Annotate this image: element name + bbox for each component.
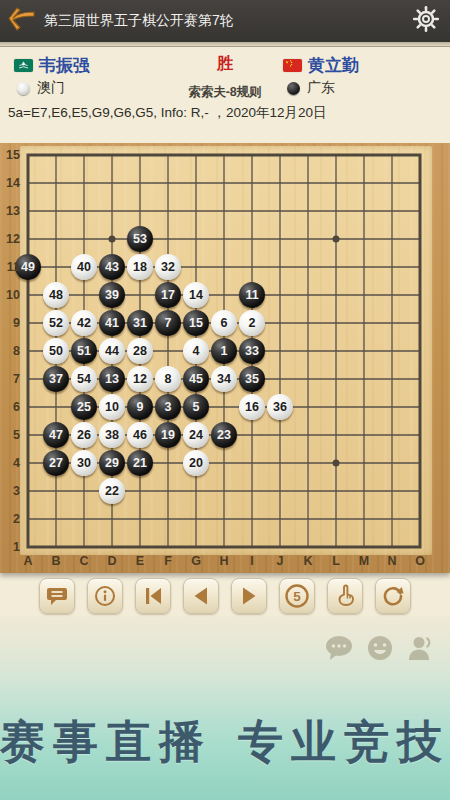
stone-black: 11 (239, 282, 265, 308)
board-intersection[interactable]: 24 (182, 421, 210, 449)
board-intersection[interactable]: 47 (42, 421, 70, 449)
stone-white: 18 (127, 254, 153, 280)
board-intersection[interactable] (210, 253, 238, 281)
board-intersection[interactable] (154, 197, 182, 225)
board-intersection[interactable]: 38 (98, 421, 126, 449)
board-intersection[interactable] (294, 449, 322, 477)
game-info-line: 5a=E7,E6,E5,G9,G6,G5, Info: R,- ，2020年12… (8, 104, 448, 122)
board-intersection[interactable]: 44 (98, 337, 126, 365)
board-intersection[interactable] (210, 225, 238, 253)
board-intersection[interactable]: 28 (126, 337, 154, 365)
rule-label: 索索夫-8规则 (0, 84, 450, 101)
comment-button[interactable] (39, 578, 75, 614)
col-label: M (350, 550, 378, 572)
stone-white: 32 (155, 254, 181, 280)
stone-black: 47 (43, 422, 69, 448)
player-right: 黄立勤 (283, 54, 359, 77)
board-intersection[interactable] (350, 337, 378, 365)
row-label: 11 (0, 253, 20, 281)
board-intersection[interactable] (378, 225, 406, 253)
board-intersection[interactable]: 41 (98, 309, 126, 337)
banner-text: 赛事直播专业竞技 (0, 712, 450, 772)
board-intersection[interactable] (182, 141, 210, 169)
board-intersection[interactable] (238, 141, 266, 169)
board-intersection[interactable] (42, 169, 70, 197)
board-intersection[interactable] (406, 169, 434, 197)
board-intersection[interactable] (378, 393, 406, 421)
col-label: I (238, 550, 266, 572)
stone-black: 7 (155, 310, 181, 336)
board-intersection[interactable]: 20 (182, 449, 210, 477)
board-intersection[interactable] (266, 477, 294, 505)
stone-black: 19 (155, 422, 181, 448)
board-intersection[interactable]: 36 (266, 393, 294, 421)
board-intersection[interactable] (350, 505, 378, 533)
stone-black: 1 (211, 338, 237, 364)
board-intersection[interactable]: 46 (126, 421, 154, 449)
board-intersection[interactable]: 50 (42, 337, 70, 365)
stone-black: 17 (155, 282, 181, 308)
stone-white: 2 (239, 310, 265, 336)
board-intersection[interactable]: 15 (182, 309, 210, 337)
board-intersection[interactable] (266, 337, 294, 365)
stone-black: 33 (239, 338, 265, 364)
board-intersection[interactable]: 29 (98, 449, 126, 477)
col-label: B (42, 550, 70, 572)
board-intersection[interactable] (42, 141, 70, 169)
board-intersection[interactable] (294, 169, 322, 197)
board-intersection[interactable]: 7 (154, 309, 182, 337)
board-intersection[interactable] (266, 169, 294, 197)
col-label: L (322, 550, 350, 572)
row-label: 7 (0, 365, 20, 393)
board-intersection[interactable] (98, 141, 126, 169)
board-intersection[interactable] (322, 477, 350, 505)
board-intersection[interactable] (406, 337, 434, 365)
board-intersection[interactable] (406, 197, 434, 225)
stone-black: 27 (43, 450, 69, 476)
jump-five-button[interactable]: 5 (279, 578, 315, 614)
result-label: 胜 (0, 54, 450, 75)
stone-black: 51 (71, 338, 97, 364)
board-intersection[interactable] (294, 505, 322, 533)
app-screen: 第三届世界五子棋公开赛第7轮 (0, 0, 450, 800)
board-intersection[interactable]: 10 (98, 393, 126, 421)
board-intersection[interactable]: 33 (238, 337, 266, 365)
board-intersection[interactable]: 45 (182, 365, 210, 393)
board-intersection[interactable] (126, 141, 154, 169)
board-intersection[interactable] (98, 169, 126, 197)
board-intersection[interactable]: 11 (238, 281, 266, 309)
board-intersection[interactable] (294, 197, 322, 225)
board-intersection[interactable] (126, 477, 154, 505)
board-intersection[interactable] (350, 225, 378, 253)
board-intersection[interactable]: 39 (98, 281, 126, 309)
board-intersection[interactable]: 42 (70, 309, 98, 337)
stone-black: 21 (127, 450, 153, 476)
row-label: 8 (0, 337, 20, 365)
smiley-icon[interactable] (366, 634, 394, 666)
stone-black: 37 (43, 366, 69, 392)
back-button[interactable] (0, 0, 44, 42)
stone-white: 24 (183, 422, 209, 448)
board-intersection[interactable] (350, 253, 378, 281)
stone-white: 40 (71, 254, 97, 280)
col-label: J (266, 550, 294, 572)
board-intersection[interactable] (238, 449, 266, 477)
board-intersection[interactable] (378, 505, 406, 533)
board-intersection[interactable] (322, 309, 350, 337)
board-intersection[interactable] (210, 141, 238, 169)
board-intersection[interactable] (406, 365, 434, 393)
board-intersection[interactable] (406, 477, 434, 505)
skip-to-start-icon (141, 584, 165, 608)
board-intersection[interactable] (42, 253, 70, 281)
board-intersection[interactable]: 53 (126, 225, 154, 253)
board-intersection[interactable]: 17 (154, 281, 182, 309)
board-intersection[interactable] (322, 141, 350, 169)
stone-white: 14 (183, 282, 209, 308)
board-intersection[interactable] (70, 281, 98, 309)
stone-white: 48 (43, 282, 69, 308)
col-label: K (294, 550, 322, 572)
stone-white: 46 (127, 422, 153, 448)
stone-black: 53 (127, 226, 153, 252)
board-intersection[interactable] (322, 393, 350, 421)
board-intersection[interactable] (378, 197, 406, 225)
board-intersection[interactable] (322, 253, 350, 281)
board-intersection[interactable] (42, 505, 70, 533)
row-label: 15 (0, 141, 20, 169)
board-intersection[interactable] (406, 421, 434, 449)
board-intersection[interactable]: 16 (238, 393, 266, 421)
board-intersection[interactable]: 1 (210, 337, 238, 365)
stone-white: 52 (43, 310, 69, 336)
board-intersection[interactable] (182, 169, 210, 197)
board-intersection[interactable] (322, 449, 350, 477)
stone-white: 28 (127, 338, 153, 364)
stone-white: 8 (155, 366, 181, 392)
board-intersection[interactable] (294, 141, 322, 169)
board-intersection[interactable] (154, 477, 182, 505)
board-intersection[interactable] (182, 505, 210, 533)
board-intersection[interactable]: 43 (98, 253, 126, 281)
stone-black: 9 (127, 394, 153, 420)
back-arrow-icon (7, 5, 37, 37)
row-label: 2 (0, 505, 20, 533)
row-label: 5 (0, 421, 20, 449)
board-intersection[interactable] (70, 197, 98, 225)
board-intersection[interactable] (406, 141, 434, 169)
board-intersection[interactable] (378, 253, 406, 281)
board-intersection[interactable]: 22 (98, 477, 126, 505)
stone-white: 26 (71, 422, 97, 448)
stone-black: 13 (99, 366, 125, 392)
board-intersection[interactable] (294, 253, 322, 281)
info-button[interactable] (87, 578, 123, 614)
board-intersection[interactable] (126, 169, 154, 197)
board-intersection[interactable] (210, 477, 238, 505)
board-intersection[interactable] (210, 169, 238, 197)
stone-white: 20 (183, 450, 209, 476)
board-intersection[interactable]: 21 (126, 449, 154, 477)
board-intersection[interactable] (294, 309, 322, 337)
board-intersection[interactable] (98, 505, 126, 533)
playback-toolbar: 5 (0, 578, 450, 614)
col-label: N (378, 550, 406, 572)
board-intersection[interactable] (210, 393, 238, 421)
board-intersection[interactable] (70, 141, 98, 169)
board-intersection[interactable] (294, 365, 322, 393)
board-intersection[interactable] (350, 393, 378, 421)
board-intersection[interactable] (70, 169, 98, 197)
next-move-button[interactable] (231, 578, 267, 614)
stone-black: 41 (99, 310, 125, 336)
board-intersection[interactable] (350, 365, 378, 393)
board-intersection[interactable] (350, 449, 378, 477)
player-right-region: 广东 (307, 79, 335, 97)
board-intersection[interactable] (350, 281, 378, 309)
row-label: 3 (0, 477, 20, 505)
row-label: 10 (0, 281, 20, 309)
board-intersection[interactable] (322, 365, 350, 393)
board-intersection[interactable] (154, 141, 182, 169)
comment-icon (45, 584, 69, 608)
board-intersection[interactable] (154, 337, 182, 365)
board-intersection[interactable] (70, 505, 98, 533)
board-intersection[interactable] (378, 141, 406, 169)
board-intersection[interactable] (322, 281, 350, 309)
board-intersection[interactable] (42, 477, 70, 505)
match-info-panel: 韦振强 胜 黄立勤 澳门 索索夫-8规则 广东 5a=E7,E6,E (0, 46, 450, 143)
board-intersection[interactable] (322, 197, 350, 225)
board-intersection[interactable] (238, 225, 266, 253)
refresh-icon (381, 584, 405, 608)
board-intersection[interactable] (266, 197, 294, 225)
stone-white: 16 (239, 394, 265, 420)
board-intersection[interactable] (294, 337, 322, 365)
board-intersection[interactable]: 34 (210, 365, 238, 393)
board-intersection[interactable] (266, 309, 294, 337)
board-intersection[interactable] (294, 477, 322, 505)
board-intersection[interactable] (154, 225, 182, 253)
row-label: 6 (0, 393, 20, 421)
board-intersection[interactable]: 40 (70, 253, 98, 281)
board-intersection[interactable]: 37 (42, 365, 70, 393)
board-intersection[interactable] (238, 169, 266, 197)
board-intersection[interactable] (406, 253, 434, 281)
row-label: 4 (0, 449, 20, 477)
board-intersection[interactable] (266, 281, 294, 309)
board-intersection[interactable] (154, 505, 182, 533)
hand-pointer-icon (333, 584, 357, 608)
board-intersection[interactable] (182, 197, 210, 225)
board-intersection[interactable] (350, 141, 378, 169)
board-intersection[interactable] (322, 225, 350, 253)
stone-white: 30 (71, 450, 97, 476)
board-intersection[interactable] (378, 365, 406, 393)
board-intersection[interactable] (126, 505, 154, 533)
board-intersection[interactable] (182, 477, 210, 505)
board-intersection[interactable] (294, 393, 322, 421)
board-intersection[interactable] (406, 449, 434, 477)
board-intersection[interactable]: 27 (42, 449, 70, 477)
previous-move-button[interactable] (183, 578, 219, 614)
board-intersection[interactable]: 4 (182, 337, 210, 365)
settings-button[interactable] (402, 0, 450, 42)
col-label: O (406, 550, 434, 572)
col-labels: ABCDEFGHIJKLMNO (14, 550, 434, 572)
board-intersection[interactable]: 6 (210, 309, 238, 337)
stone-white: 36 (267, 394, 293, 420)
gear-icon (412, 5, 440, 37)
board-intersection[interactable] (238, 505, 266, 533)
board-intersection[interactable] (182, 225, 210, 253)
board-intersection[interactable] (266, 449, 294, 477)
board-intersection[interactable]: 52 (42, 309, 70, 337)
board-intersection[interactable]: 8 (154, 365, 182, 393)
hand-pointer-button[interactable] (327, 578, 363, 614)
row-label: 13 (0, 197, 20, 225)
board-intersection[interactable] (98, 197, 126, 225)
user-icon[interactable] (406, 634, 434, 666)
stone-white: 10 (99, 394, 125, 420)
board-intersection[interactable] (70, 225, 98, 253)
board-intersection[interactable] (42, 225, 70, 253)
board-grid: 5349404318324839171411524241317156250514… (14, 141, 434, 561)
board-intersection[interactable] (378, 337, 406, 365)
board-intersection[interactable] (378, 281, 406, 309)
svg-text:5: 5 (293, 589, 301, 604)
board-intersection[interactable] (350, 197, 378, 225)
board-intersection[interactable]: 26 (70, 421, 98, 449)
board-intersection[interactable]: 12 (126, 365, 154, 393)
board-intersection[interactable] (378, 449, 406, 477)
board-intersection[interactable]: 5 (182, 393, 210, 421)
board-intersection[interactable] (350, 477, 378, 505)
board-intersection[interactable] (238, 421, 266, 449)
five-in-circle-icon: 5 (284, 583, 310, 609)
board-intersection[interactable] (266, 253, 294, 281)
stone-black: 45 (183, 366, 209, 392)
board-intersection[interactable] (210, 449, 238, 477)
board-intersection[interactable]: 23 (210, 421, 238, 449)
board-intersection[interactable]: 14 (182, 281, 210, 309)
board-intersection[interactable] (42, 393, 70, 421)
stone-white: 44 (99, 338, 125, 364)
chat-bubble-icon[interactable] (324, 634, 354, 666)
previous-icon (189, 584, 213, 608)
board-intersection[interactable] (266, 505, 294, 533)
board-intersection[interactable] (238, 477, 266, 505)
board-intersection[interactable] (322, 505, 350, 533)
board-intersection[interactable] (210, 197, 238, 225)
board-intersection[interactable] (406, 505, 434, 533)
board-intersection[interactable] (42, 197, 70, 225)
stone-black: 5 (183, 394, 209, 420)
board-intersection[interactable] (406, 309, 434, 337)
board-intersection[interactable]: 32 (154, 253, 182, 281)
board-intersection[interactable]: 51 (70, 337, 98, 365)
col-label: D (98, 550, 126, 572)
board-intersection[interactable] (406, 393, 434, 421)
board-intersection[interactable] (182, 253, 210, 281)
board-intersection[interactable] (154, 169, 182, 197)
board-intersection[interactable] (378, 477, 406, 505)
row-label: 12 (0, 225, 20, 253)
board-intersection[interactable] (266, 141, 294, 169)
board-intersection[interactable] (350, 309, 378, 337)
info-icon (93, 584, 117, 608)
board-intersection[interactable]: 31 (126, 309, 154, 337)
stone-black: 31 (127, 310, 153, 336)
china-flag-icon (283, 59, 302, 72)
board-intersection[interactable] (322, 421, 350, 449)
board-intersection[interactable] (210, 505, 238, 533)
stone-white: 38 (99, 422, 125, 448)
board-intersection[interactable] (322, 169, 350, 197)
board-intersection[interactable] (70, 477, 98, 505)
stone-black: 29 (99, 450, 125, 476)
board-intersection[interactable]: 13 (98, 365, 126, 393)
board-intersection[interactable] (266, 225, 294, 253)
board-intersection[interactable] (322, 337, 350, 365)
board-intersection[interactable]: 54 (70, 365, 98, 393)
top-bar: 第三届世界五子棋公开赛第7轮 (0, 0, 450, 42)
board-intersection[interactable] (294, 421, 322, 449)
board-intersection[interactable] (266, 365, 294, 393)
board-intersection[interactable]: 9 (126, 393, 154, 421)
board-intersection[interactable]: 48 (42, 281, 70, 309)
stone-white: 6 (211, 310, 237, 336)
stone-white: 42 (71, 310, 97, 336)
board-intersection[interactable] (378, 309, 406, 337)
board-intersection[interactable] (238, 197, 266, 225)
board-intersection[interactable]: 35 (238, 365, 266, 393)
board-intersection[interactable] (126, 281, 154, 309)
board-intersection[interactable] (378, 421, 406, 449)
board-intersection[interactable] (210, 281, 238, 309)
board-intersection[interactable] (406, 281, 434, 309)
board-intersection[interactable] (350, 421, 378, 449)
board-intersection[interactable] (406, 225, 434, 253)
board-intersection[interactable]: 30 (70, 449, 98, 477)
board-intersection[interactable] (98, 225, 126, 253)
refresh-button[interactable] (375, 578, 411, 614)
board-intersection[interactable]: 2 (238, 309, 266, 337)
board-intersection[interactable] (294, 225, 322, 253)
player-right-side: 广东 (287, 79, 335, 97)
board-intersection[interactable]: 18 (126, 253, 154, 281)
stone-white: 34 (211, 366, 237, 392)
social-icons-row (324, 634, 434, 666)
skip-to-start-button[interactable] (135, 578, 171, 614)
board-intersection[interactable]: 3 (154, 393, 182, 421)
bottom-banner-area: 赛事直播专业竞技 (0, 616, 450, 800)
board-intersection[interactable]: 25 (70, 393, 98, 421)
board-intersection[interactable] (238, 253, 266, 281)
board-intersection[interactable] (266, 421, 294, 449)
board-intersection[interactable] (154, 449, 182, 477)
page-title: 第三届世界五子棋公开赛第7轮 (44, 12, 402, 30)
board-intersection[interactable] (350, 169, 378, 197)
board-intersection[interactable]: 19 (154, 421, 182, 449)
next-icon (237, 584, 261, 608)
board-intersection[interactable] (126, 197, 154, 225)
board-intersection[interactable] (378, 169, 406, 197)
board-intersection[interactable] (294, 281, 322, 309)
stone-white: 50 (43, 338, 69, 364)
